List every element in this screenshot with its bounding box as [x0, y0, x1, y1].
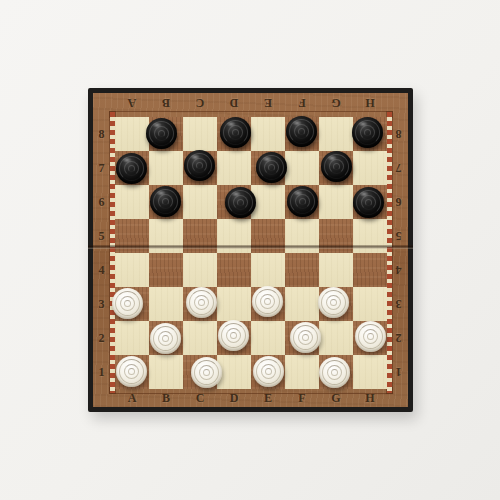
coordinate-label: D — [217, 95, 251, 111]
piece-ring — [194, 360, 219, 385]
square-h5[interactable] — [353, 219, 387, 253]
piece-ring — [330, 299, 337, 306]
square-f5[interactable] — [285, 219, 319, 253]
coordinate-label: 6 — [390, 185, 407, 219]
piece-ring — [264, 298, 271, 305]
piece-ring — [228, 190, 253, 215]
coordinate-label: 5 — [93, 219, 110, 253]
piece-ring — [367, 333, 374, 340]
coordinate-label: G — [319, 95, 353, 111]
piece-ring — [199, 365, 214, 380]
square-b3[interactable] — [149, 287, 183, 321]
piece-ring — [194, 295, 209, 310]
piece-ring — [237, 199, 244, 206]
piece-ring — [119, 156, 144, 181]
piece-black-b6[interactable] — [150, 186, 181, 217]
square-e8[interactable] — [251, 117, 285, 151]
rank-labels-right: 87654321 — [390, 117, 407, 389]
piece-white-e1[interactable] — [253, 356, 284, 387]
piece-ring — [223, 120, 248, 145]
piece-black-b8[interactable] — [146, 118, 177, 149]
coordinate-label: 1 — [93, 355, 110, 389]
piece-black-f8[interactable] — [286, 116, 317, 147]
piece-ring — [189, 290, 214, 315]
square-c4[interactable] — [183, 253, 217, 287]
piece-ring — [198, 299, 205, 306]
rank-labels-left: 87654321 — [93, 117, 110, 389]
piece-ring — [298, 128, 305, 135]
square-d6[interactable] — [217, 185, 251, 219]
piece-white-d2[interactable] — [218, 320, 249, 351]
square-g5[interactable] — [319, 219, 353, 253]
square-c5[interactable] — [183, 219, 217, 253]
piece-ring — [361, 195, 376, 210]
checkers-board: ABCDEFGH ABCDEFGH 87654321 87654321 — [88, 88, 413, 412]
coordinate-label: 8 — [93, 117, 110, 151]
square-d1[interactable] — [217, 355, 251, 389]
square-d3[interactable] — [217, 287, 251, 321]
piece-black-g7[interactable] — [321, 151, 352, 182]
piece-ring — [255, 289, 280, 314]
square-g7[interactable] — [319, 151, 353, 185]
square-c6[interactable] — [183, 185, 217, 219]
coordinate-label: 5 — [390, 219, 407, 253]
square-f8[interactable] — [285, 117, 319, 151]
piece-ring — [290, 189, 315, 214]
piece-ring — [294, 124, 309, 139]
square-g1[interactable] — [319, 355, 353, 389]
piece-ring — [265, 368, 272, 375]
square-c7[interactable] — [183, 151, 217, 185]
square-f1[interactable] — [285, 355, 319, 389]
file-labels-top: ABCDEFGH — [115, 95, 387, 111]
coordinate-label: C — [183, 95, 217, 111]
piece-black-d8[interactable] — [220, 117, 251, 148]
square-a3[interactable] — [115, 287, 149, 321]
piece-ring — [259, 155, 284, 180]
square-a7[interactable] — [115, 151, 149, 185]
piece-ring — [363, 329, 378, 344]
coordinate-label: 2 — [93, 321, 110, 355]
coordinate-label: 7 — [93, 151, 110, 185]
piece-white-c3[interactable] — [186, 287, 217, 318]
piece-ring — [331, 369, 338, 376]
square-e7[interactable] — [251, 151, 285, 185]
square-h7[interactable] — [353, 151, 387, 185]
piece-ring — [293, 325, 318, 350]
piece-ring — [289, 119, 314, 144]
piece-ring — [124, 300, 131, 307]
square-a2[interactable] — [115, 321, 149, 355]
square-h4[interactable] — [353, 253, 387, 287]
coordinate-label: 2 — [390, 321, 407, 355]
square-b7[interactable] — [149, 151, 183, 185]
square-d5[interactable] — [217, 219, 251, 253]
coordinate-label: A — [115, 95, 149, 111]
piece-ring — [364, 129, 371, 136]
piece-ring — [228, 125, 243, 140]
piece-white-b2[interactable] — [150, 323, 181, 354]
coordinate-label: E — [251, 95, 285, 111]
square-e3[interactable] — [251, 287, 285, 321]
square-d8[interactable] — [217, 117, 251, 151]
coordinate-label: 4 — [390, 253, 407, 287]
square-d4[interactable] — [217, 253, 251, 287]
piece-ring — [124, 161, 139, 176]
piece-ring — [264, 160, 279, 175]
piece-white-g3[interactable] — [318, 287, 349, 318]
piece-ring — [232, 129, 239, 136]
piece-ring — [158, 331, 173, 346]
piece-ring — [360, 125, 375, 140]
square-c3[interactable] — [183, 287, 217, 321]
square-d7[interactable] — [217, 151, 251, 185]
piece-black-f6[interactable] — [287, 186, 318, 217]
piece-ring — [153, 189, 178, 214]
square-d2[interactable] — [217, 321, 251, 355]
square-h2[interactable] — [353, 321, 387, 355]
coordinate-label: 4 — [93, 253, 110, 287]
square-b6[interactable] — [149, 185, 183, 219]
board-grid — [115, 117, 387, 389]
square-g2[interactable] — [319, 321, 353, 355]
piece-ring — [299, 198, 306, 205]
piece-ring — [162, 335, 169, 342]
coordinate-label: B — [149, 95, 183, 111]
piece-ring — [233, 195, 248, 210]
piece-ring — [128, 368, 135, 375]
piece-white-a3[interactable] — [112, 288, 143, 319]
square-b8[interactable] — [149, 117, 183, 151]
piece-ring — [128, 165, 135, 172]
coordinate-label: 8 — [390, 117, 407, 151]
square-e4[interactable] — [251, 253, 285, 287]
piece-ring — [322, 360, 347, 385]
piece-ring — [365, 199, 372, 206]
piece-ring — [355, 120, 380, 145]
piece-ring — [358, 324, 383, 349]
inlay-border-right — [387, 112, 392, 393]
piece-ring — [154, 126, 169, 141]
piece-ring — [321, 290, 346, 315]
piece-ring — [329, 159, 344, 174]
wood-frame: ABCDEFGH ABCDEFGH 87654321 87654321 — [93, 93, 408, 407]
coordinate-label: F — [285, 95, 319, 111]
piece-ring — [196, 162, 203, 169]
square-g4[interactable] — [319, 253, 353, 287]
piece-ring — [149, 121, 174, 146]
piece-white-h2[interactable] — [355, 321, 386, 352]
piece-ring — [326, 295, 341, 310]
piece-ring — [333, 163, 340, 170]
piece-white-a1[interactable] — [116, 356, 147, 387]
photo-background: ABCDEFGH ABCDEFGH 87654321 87654321 — [0, 0, 500, 500]
piece-ring — [324, 154, 349, 179]
square-h3[interactable] — [353, 287, 387, 321]
piece-ring — [268, 164, 275, 171]
coordinate-label: 3 — [93, 287, 110, 321]
coordinate-label: H — [353, 95, 387, 111]
coordinate-label: 1 — [390, 355, 407, 389]
piece-black-d6[interactable] — [225, 187, 256, 218]
square-h1[interactable] — [353, 355, 387, 389]
piece-black-h6[interactable] — [353, 187, 384, 218]
square-f6[interactable] — [285, 185, 319, 219]
piece-ring — [162, 198, 169, 205]
piece-white-c1[interactable] — [191, 357, 222, 388]
square-f3[interactable] — [285, 287, 319, 321]
square-b1[interactable] — [149, 355, 183, 389]
piece-ring — [158, 194, 173, 209]
square-e1[interactable] — [251, 355, 285, 389]
piece-black-e7[interactable] — [256, 152, 287, 183]
square-g3[interactable] — [319, 287, 353, 321]
piece-black-c7[interactable] — [184, 150, 215, 181]
piece-ring — [256, 359, 281, 384]
square-f4[interactable] — [285, 253, 319, 287]
square-b5[interactable] — [149, 219, 183, 253]
square-c1[interactable] — [183, 355, 217, 389]
piece-black-h8[interactable] — [352, 117, 383, 148]
piece-white-g1[interactable] — [319, 357, 350, 388]
square-a5[interactable] — [115, 219, 149, 253]
piece-ring — [226, 328, 241, 343]
piece-ring — [260, 294, 275, 309]
square-g6[interactable] — [319, 185, 353, 219]
piece-ring — [203, 369, 210, 376]
piece-ring — [187, 153, 212, 178]
square-e2[interactable] — [251, 321, 285, 355]
piece-white-e3[interactable] — [252, 286, 283, 317]
square-e6[interactable] — [251, 185, 285, 219]
piece-ring — [221, 323, 246, 348]
piece-ring — [120, 296, 135, 311]
piece-ring — [119, 359, 144, 384]
piece-black-a7[interactable] — [116, 153, 147, 184]
piece-ring — [356, 190, 381, 215]
square-h8[interactable] — [353, 117, 387, 151]
piece-ring — [230, 332, 237, 339]
square-c2[interactable] — [183, 321, 217, 355]
piece-ring — [153, 326, 178, 351]
piece-white-f2[interactable] — [290, 322, 321, 353]
square-f7[interactable] — [285, 151, 319, 185]
piece-ring — [295, 194, 310, 209]
coordinate-label: 7 — [390, 151, 407, 185]
piece-ring — [327, 365, 342, 380]
piece-ring — [261, 364, 276, 379]
square-e5[interactable] — [251, 219, 285, 253]
piece-ring — [124, 364, 139, 379]
square-c8[interactable] — [183, 117, 217, 151]
square-a8[interactable] — [115, 117, 149, 151]
square-b4[interactable] — [149, 253, 183, 287]
square-h6[interactable] — [353, 185, 387, 219]
square-f2[interactable] — [285, 321, 319, 355]
coordinate-label: 6 — [93, 185, 110, 219]
square-a1[interactable] — [115, 355, 149, 389]
coordinate-label: 3 — [390, 287, 407, 321]
piece-ring — [298, 330, 313, 345]
square-a4[interactable] — [115, 253, 149, 287]
piece-ring — [115, 291, 140, 316]
square-b2[interactable] — [149, 321, 183, 355]
piece-ring — [158, 130, 165, 137]
square-g8[interactable] — [319, 117, 353, 151]
square-a6[interactable] — [115, 185, 149, 219]
piece-ring — [192, 158, 207, 173]
piece-ring — [302, 334, 309, 341]
